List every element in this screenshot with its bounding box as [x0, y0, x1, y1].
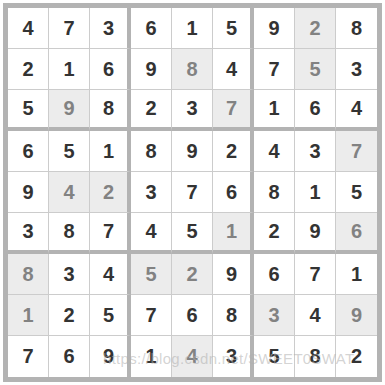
cell-r2c8[interactable]: 5 — [295, 49, 336, 90]
cell-r9c1[interactable]: 7 — [8, 336, 49, 377]
cell-r8c6[interactable]: 8 — [213, 295, 254, 336]
cell-r1c8[interactable]: 2 — [295, 8, 336, 49]
cell-r6c9[interactable]: 6 — [336, 213, 377, 254]
cell-r8c1[interactable]: 1 — [8, 295, 49, 336]
cell-r8c9[interactable]: 9 — [336, 295, 377, 336]
cell-r3c9[interactable]: 4 — [336, 90, 377, 131]
cell-r9c3[interactable]: 9 — [90, 336, 131, 377]
cell-r6c6[interactable]: 1 — [213, 213, 254, 254]
cell-r5c4[interactable]: 3 — [131, 172, 172, 213]
cell-r8c7[interactable]: 3 — [254, 295, 295, 336]
cell-r8c4[interactable]: 7 — [131, 295, 172, 336]
cell-r8c8[interactable]: 4 — [295, 295, 336, 336]
cell-r7c9[interactable]: 1 — [336, 254, 377, 295]
cell-r6c3[interactable]: 7 — [90, 213, 131, 254]
cell-r6c5[interactable]: 5 — [172, 213, 213, 254]
cell-r4c1[interactable]: 6 — [8, 131, 49, 172]
cell-r6c7[interactable]: 2 — [254, 213, 295, 254]
cell-r1c2[interactable]: 7 — [49, 8, 90, 49]
cell-r2c6[interactable]: 4 — [213, 49, 254, 90]
cell-r7c7[interactable]: 6 — [254, 254, 295, 295]
cell-r3c5[interactable]: 3 — [172, 90, 213, 131]
cell-r7c1[interactable]: 8 — [8, 254, 49, 295]
cell-r3c1[interactable]: 5 — [8, 90, 49, 131]
cell-r2c3[interactable]: 6 — [90, 49, 131, 90]
cell-r4c2[interactable]: 5 — [49, 131, 90, 172]
cell-r9c9[interactable]: 2 — [336, 336, 377, 377]
cell-r4c5[interactable]: 9 — [172, 131, 213, 172]
cell-r5c9[interactable]: 5 — [336, 172, 377, 213]
cell-r5c5[interactable]: 7 — [172, 172, 213, 213]
cell-r1c3[interactable]: 3 — [90, 8, 131, 49]
cell-r2c9[interactable]: 3 — [336, 49, 377, 90]
cell-r3c4[interactable]: 2 — [131, 90, 172, 131]
cell-r2c4[interactable]: 9 — [131, 49, 172, 90]
cell-r5c7[interactable]: 8 — [254, 172, 295, 213]
cell-r6c1[interactable]: 3 — [8, 213, 49, 254]
cell-r3c8[interactable]: 6 — [295, 90, 336, 131]
cell-r3c2[interactable]: 9 — [49, 90, 90, 131]
cell-r9c7[interactable]: 5 — [254, 336, 295, 377]
cell-r3c7[interactable]: 1 — [254, 90, 295, 131]
cell-r9c4[interactable]: 1 — [131, 336, 172, 377]
cell-r7c4[interactable]: 5 — [131, 254, 172, 295]
cell-r4c9[interactable]: 7 — [336, 131, 377, 172]
cell-r4c3[interactable]: 1 — [90, 131, 131, 172]
cell-r9c6[interactable]: 3 — [213, 336, 254, 377]
cell-r9c8[interactable]: 8 — [295, 336, 336, 377]
cell-r1c9[interactable]: 8 — [336, 8, 377, 49]
cell-r4c4[interactable]: 8 — [131, 131, 172, 172]
cell-r1c7[interactable]: 9 — [254, 8, 295, 49]
cell-r6c4[interactable]: 4 — [131, 213, 172, 254]
cell-r4c7[interactable]: 4 — [254, 131, 295, 172]
cell-r3c6[interactable]: 7 — [213, 90, 254, 131]
cell-r8c5[interactable]: 6 — [172, 295, 213, 336]
cell-r6c2[interactable]: 8 — [49, 213, 90, 254]
cell-r2c7[interactable]: 7 — [254, 49, 295, 90]
cell-r9c5[interactable]: 4 — [172, 336, 213, 377]
cell-r1c5[interactable]: 1 — [172, 8, 213, 49]
cell-r2c1[interactable]: 2 — [8, 49, 49, 90]
cell-r7c8[interactable]: 7 — [295, 254, 336, 295]
sudoku-board: 4736159282169847535982371646518924379423… — [3, 3, 382, 382]
cell-r5c2[interactable]: 4 — [49, 172, 90, 213]
cell-r9c2[interactable]: 6 — [49, 336, 90, 377]
cell-r4c8[interactable]: 3 — [295, 131, 336, 172]
cell-r2c2[interactable]: 1 — [49, 49, 90, 90]
cell-r7c3[interactable]: 4 — [90, 254, 131, 295]
sudoku-page: 4736159282169847535982371646518924379423… — [0, 0, 385, 385]
cell-r1c6[interactable]: 5 — [213, 8, 254, 49]
cell-r7c5[interactable]: 2 — [172, 254, 213, 295]
cell-r5c3[interactable]: 2 — [90, 172, 131, 213]
cell-r5c1[interactable]: 9 — [8, 172, 49, 213]
cell-r1c1[interactable]: 4 — [8, 8, 49, 49]
cell-r4c6[interactable]: 2 — [213, 131, 254, 172]
cell-r1c4[interactable]: 6 — [131, 8, 172, 49]
cell-r5c8[interactable]: 1 — [295, 172, 336, 213]
cell-r7c6[interactable]: 9 — [213, 254, 254, 295]
cell-r8c2[interactable]: 2 — [49, 295, 90, 336]
cell-r6c8[interactable]: 9 — [295, 213, 336, 254]
cell-r3c3[interactable]: 8 — [90, 90, 131, 131]
cell-r5c6[interactable]: 6 — [213, 172, 254, 213]
cell-r2c5[interactable]: 8 — [172, 49, 213, 90]
cell-r7c2[interactable]: 3 — [49, 254, 90, 295]
cell-r8c3[interactable]: 5 — [90, 295, 131, 336]
